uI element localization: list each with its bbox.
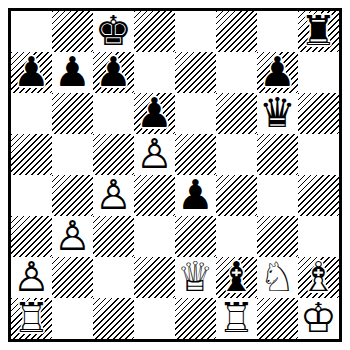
piece-glyph: ♟: [175, 175, 216, 216]
chess-board: ♚♚♜♜♟♟♟♟♟♟♟♟♟♟♛♛♟♙♟♙♟♟♟♙♟♙♛♕♝♝♞♘♝♗♜♖♜♖♚♔: [8, 8, 342, 342]
piece-white-pawn-b3[interactable]: ♟♙: [52, 216, 93, 257]
piece-white-bishop-h2[interactable]: ♝♗: [298, 257, 339, 298]
piece-glyph: ♔: [298, 298, 339, 339]
piece-glyph: ♕: [175, 257, 216, 298]
square-g1[interactable]: [257, 298, 298, 339]
piece-black-pawn-b7[interactable]: ♟♟: [52, 52, 93, 93]
square-b5[interactable]: [52, 134, 93, 175]
square-e7[interactable]: [175, 52, 216, 93]
square-a1[interactable]: ♜♖: [11, 298, 52, 339]
piece-black-pawn-c7[interactable]: ♟♟: [93, 52, 134, 93]
square-c1[interactable]: [93, 298, 134, 339]
square-g6[interactable]: ♛♛: [257, 93, 298, 134]
piece-glyph: ♟: [11, 52, 52, 93]
square-d5[interactable]: ♟♙: [134, 134, 175, 175]
square-h6[interactable]: [298, 93, 339, 134]
square-a4[interactable]: [11, 175, 52, 216]
piece-white-rook-f1[interactable]: ♜♖: [216, 298, 257, 339]
piece-glyph: ♘: [257, 257, 298, 298]
square-b7[interactable]: ♟♟: [52, 52, 93, 93]
square-a7[interactable]: ♟♟: [11, 52, 52, 93]
piece-white-king-h1[interactable]: ♚♔: [298, 298, 339, 339]
square-b2[interactable]: [52, 257, 93, 298]
square-c5[interactable]: [93, 134, 134, 175]
square-d2[interactable]: [134, 257, 175, 298]
piece-white-queen-e2[interactable]: ♛♕: [175, 257, 216, 298]
piece-white-pawn-a2[interactable]: ♟♙: [11, 257, 52, 298]
piece-glyph: ♙: [52, 216, 93, 257]
square-g4[interactable]: [257, 175, 298, 216]
square-d1[interactable]: [134, 298, 175, 339]
square-d4[interactable]: [134, 175, 175, 216]
square-a6[interactable]: [11, 93, 52, 134]
square-e3[interactable]: [175, 216, 216, 257]
square-h1[interactable]: ♚♔: [298, 298, 339, 339]
square-c8[interactable]: ♚♚: [93, 11, 134, 52]
piece-black-bishop-f2[interactable]: ♝♝: [216, 257, 257, 298]
piece-glyph: ♚: [93, 11, 134, 52]
square-f1[interactable]: ♜♖: [216, 298, 257, 339]
square-g5[interactable]: [257, 134, 298, 175]
chess-diagram-page: ♚♚♜♜♟♟♟♟♟♟♟♟♟♟♛♛♟♙♟♙♟♟♟♙♟♙♛♕♝♝♞♘♝♗♜♖♜♖♚♔: [0, 8, 350, 350]
piece-white-rook-a1[interactable]: ♜♖: [11, 298, 52, 339]
piece-glyph: ♟: [257, 52, 298, 93]
piece-black-pawn-a7[interactable]: ♟♟: [11, 52, 52, 93]
piece-glyph: ♙: [93, 175, 134, 216]
square-f8[interactable]: [216, 11, 257, 52]
square-g2[interactable]: ♞♘: [257, 257, 298, 298]
square-f4[interactable]: [216, 175, 257, 216]
piece-black-pawn-d6[interactable]: ♟♟: [134, 93, 175, 134]
piece-black-pawn-e4[interactable]: ♟♟: [175, 175, 216, 216]
square-c6[interactable]: [93, 93, 134, 134]
piece-glyph: ♟: [93, 52, 134, 93]
square-d7[interactable]: [134, 52, 175, 93]
square-h5[interactable]: [298, 134, 339, 175]
square-a3[interactable]: [11, 216, 52, 257]
piece-glyph: ♝: [216, 257, 257, 298]
piece-glyph: ♗: [298, 257, 339, 298]
square-e6[interactable]: [175, 93, 216, 134]
square-e8[interactable]: [175, 11, 216, 52]
square-d6[interactable]: ♟♟: [134, 93, 175, 134]
square-c3[interactable]: [93, 216, 134, 257]
piece-glyph: ♙: [11, 257, 52, 298]
piece-glyph: ♜: [298, 11, 339, 52]
square-c4[interactable]: ♟♙: [93, 175, 134, 216]
piece-black-rook-h8[interactable]: ♜♜: [298, 11, 339, 52]
piece-glyph: ♖: [216, 298, 257, 339]
square-e1[interactable]: [175, 298, 216, 339]
square-f7[interactable]: [216, 52, 257, 93]
square-h4[interactable]: [298, 175, 339, 216]
square-h2[interactable]: ♝♗: [298, 257, 339, 298]
piece-white-knight-g2[interactable]: ♞♘: [257, 257, 298, 298]
square-f6[interactable]: [216, 93, 257, 134]
square-b6[interactable]: [52, 93, 93, 134]
piece-glyph: ♙: [134, 134, 175, 175]
square-a2[interactable]: ♟♙: [11, 257, 52, 298]
square-f2[interactable]: ♝♝: [216, 257, 257, 298]
square-a5[interactable]: [11, 134, 52, 175]
square-h8[interactable]: ♜♜: [298, 11, 339, 52]
square-f5[interactable]: [216, 134, 257, 175]
square-b1[interactable]: [52, 298, 93, 339]
square-d3[interactable]: [134, 216, 175, 257]
square-e2[interactable]: ♛♕: [175, 257, 216, 298]
piece-black-queen-g6[interactable]: ♛♛: [257, 93, 298, 134]
square-g3[interactable]: [257, 216, 298, 257]
square-b4[interactable]: [52, 175, 93, 216]
square-d8[interactable]: [134, 11, 175, 52]
square-e5[interactable]: [175, 134, 216, 175]
square-e4[interactable]: ♟♟: [175, 175, 216, 216]
piece-white-pawn-c4[interactable]: ♟♙: [93, 175, 134, 216]
square-b8[interactable]: [52, 11, 93, 52]
square-h7[interactable]: [298, 52, 339, 93]
square-b3[interactable]: ♟♙: [52, 216, 93, 257]
piece-glyph: ♛: [257, 93, 298, 134]
piece-glyph: ♟: [52, 52, 93, 93]
piece-black-pawn-g7[interactable]: ♟♟: [257, 52, 298, 93]
square-g7[interactable]: ♟♟: [257, 52, 298, 93]
square-f3[interactable]: [216, 216, 257, 257]
piece-glyph: ♖: [11, 298, 52, 339]
piece-black-king-c8[interactable]: ♚♚: [93, 11, 134, 52]
piece-glyph: ♟: [134, 93, 175, 134]
square-g8[interactable]: [257, 11, 298, 52]
square-c2[interactable]: [93, 257, 134, 298]
square-c7[interactable]: ♟♟: [93, 52, 134, 93]
square-h3[interactable]: [298, 216, 339, 257]
square-a8[interactable]: [11, 11, 52, 52]
piece-white-pawn-d5[interactable]: ♟♙: [134, 134, 175, 175]
